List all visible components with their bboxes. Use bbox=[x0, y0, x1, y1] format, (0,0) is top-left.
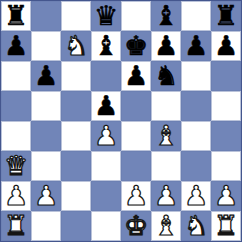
square-e1[interactable]: ♚ bbox=[121, 211, 151, 241]
square-a1[interactable]: ♜ bbox=[1, 211, 31, 241]
square-b2[interactable]: ♟ bbox=[31, 181, 61, 211]
white-king-e1[interactable]: ♚ bbox=[124, 212, 148, 239]
square-a4[interactable] bbox=[1, 121, 31, 151]
square-g6[interactable] bbox=[181, 61, 211, 91]
square-d8[interactable]: ♛ bbox=[91, 1, 121, 31]
square-g2[interactable]: ♟ bbox=[181, 181, 211, 211]
square-g8[interactable] bbox=[181, 1, 211, 31]
white-knight-c7[interactable]: ♞ bbox=[64, 32, 88, 59]
square-h5[interactable] bbox=[211, 91, 241, 121]
square-c1[interactable] bbox=[61, 211, 91, 241]
square-d3[interactable] bbox=[91, 151, 121, 181]
black-pawn-g7[interactable]: ♟ bbox=[184, 32, 208, 59]
square-b6[interactable]: ♟ bbox=[31, 61, 61, 91]
square-a6[interactable] bbox=[1, 61, 31, 91]
white-queen-a3[interactable]: ♛ bbox=[4, 152, 28, 179]
white-pawn-d4[interactable]: ♟ bbox=[94, 122, 118, 149]
square-a7[interactable]: ♟ bbox=[1, 31, 31, 61]
square-f7[interactable]: ♟ bbox=[151, 31, 181, 61]
white-pawn-b2[interactable]: ♟ bbox=[34, 182, 58, 209]
black-bishop-f8[interactable]: ♝ bbox=[154, 2, 178, 29]
square-a3[interactable]: ♛ bbox=[1, 151, 31, 181]
square-b7[interactable] bbox=[31, 31, 61, 61]
square-h2[interactable]: ♟ bbox=[211, 181, 241, 211]
white-pawn-f2[interactable]: ♟ bbox=[154, 182, 178, 209]
square-h4[interactable] bbox=[211, 121, 241, 151]
white-bishop-f1[interactable]: ♝ bbox=[154, 212, 178, 239]
white-pawn-h2[interactable]: ♟ bbox=[214, 182, 238, 209]
square-d5[interactable]: ♟ bbox=[91, 91, 121, 121]
square-c8[interactable] bbox=[61, 1, 91, 31]
square-f2[interactable]: ♟ bbox=[151, 181, 181, 211]
square-e6[interactable]: ♟ bbox=[121, 61, 151, 91]
white-rook-a1[interactable]: ♜ bbox=[4, 212, 28, 239]
square-c2[interactable] bbox=[61, 181, 91, 211]
square-d7[interactable]: ♝ bbox=[91, 31, 121, 61]
white-knight-g1[interactable]: ♞ bbox=[184, 212, 208, 239]
black-pawn-a7[interactable]: ♟ bbox=[4, 32, 28, 59]
square-g1[interactable]: ♞ bbox=[181, 211, 211, 241]
square-f4[interactable]: ♝ bbox=[151, 121, 181, 151]
square-h8[interactable]: ♜ bbox=[211, 1, 241, 31]
square-d4[interactable]: ♟ bbox=[91, 121, 121, 151]
black-bishop-d7[interactable]: ♝ bbox=[94, 32, 118, 59]
chess-board: ♜♛♝♜♟♞♝♚♟♟♟♟♟♞♟♟♝♛♟♟♟♟♟♟♜♚♝♞♜ bbox=[0, 0, 242, 242]
square-f3[interactable] bbox=[151, 151, 181, 181]
square-e3[interactable] bbox=[121, 151, 151, 181]
square-h6[interactable] bbox=[211, 61, 241, 91]
white-pawn-g2[interactable]: ♟ bbox=[184, 182, 208, 209]
square-e8[interactable] bbox=[121, 1, 151, 31]
black-queen-d8[interactable]: ♛ bbox=[94, 2, 118, 29]
square-h7[interactable]: ♟ bbox=[211, 31, 241, 61]
black-rook-a8[interactable]: ♜ bbox=[4, 2, 28, 29]
black-pawn-f7[interactable]: ♟ bbox=[154, 32, 178, 59]
square-b1[interactable] bbox=[31, 211, 61, 241]
white-pawn-e2[interactable]: ♟ bbox=[124, 182, 148, 209]
square-b4[interactable] bbox=[31, 121, 61, 151]
square-a5[interactable] bbox=[1, 91, 31, 121]
square-e4[interactable] bbox=[121, 121, 151, 151]
square-g7[interactable]: ♟ bbox=[181, 31, 211, 61]
square-h1[interactable]: ♜ bbox=[211, 211, 241, 241]
square-e5[interactable] bbox=[121, 91, 151, 121]
square-c3[interactable] bbox=[61, 151, 91, 181]
black-knight-f6[interactable]: ♞ bbox=[154, 62, 178, 89]
square-c7[interactable]: ♞ bbox=[61, 31, 91, 61]
square-e7[interactable]: ♚ bbox=[121, 31, 151, 61]
square-b3[interactable] bbox=[31, 151, 61, 181]
black-pawn-d5[interactable]: ♟ bbox=[94, 92, 118, 119]
white-rook-h1[interactable]: ♜ bbox=[214, 212, 238, 239]
square-a2[interactable]: ♟ bbox=[1, 181, 31, 211]
white-pawn-a2[interactable]: ♟ bbox=[4, 182, 28, 209]
square-d1[interactable] bbox=[91, 211, 121, 241]
black-rook-h8[interactable]: ♜ bbox=[214, 2, 238, 29]
white-bishop-f4[interactable]: ♝ bbox=[154, 122, 178, 149]
square-b8[interactable] bbox=[31, 1, 61, 31]
square-g3[interactable] bbox=[181, 151, 211, 181]
square-b5[interactable] bbox=[31, 91, 61, 121]
black-pawn-b6[interactable]: ♟ bbox=[34, 62, 58, 89]
square-h3[interactable] bbox=[211, 151, 241, 181]
square-d6[interactable] bbox=[91, 61, 121, 91]
black-pawn-h7[interactable]: ♟ bbox=[214, 32, 238, 59]
square-f8[interactable]: ♝ bbox=[151, 1, 181, 31]
square-c6[interactable] bbox=[61, 61, 91, 91]
square-f1[interactable]: ♝ bbox=[151, 211, 181, 241]
square-f5[interactable] bbox=[151, 91, 181, 121]
square-d2[interactable] bbox=[91, 181, 121, 211]
black-pawn-e6[interactable]: ♟ bbox=[124, 62, 148, 89]
black-king-e7[interactable]: ♚ bbox=[124, 32, 148, 59]
square-f6[interactable]: ♞ bbox=[151, 61, 181, 91]
square-g4[interactable] bbox=[181, 121, 211, 151]
square-e2[interactable]: ♟ bbox=[121, 181, 151, 211]
square-c5[interactable] bbox=[61, 91, 91, 121]
square-g5[interactable] bbox=[181, 91, 211, 121]
square-c4[interactable] bbox=[61, 121, 91, 151]
square-a8[interactable]: ♜ bbox=[1, 1, 31, 31]
